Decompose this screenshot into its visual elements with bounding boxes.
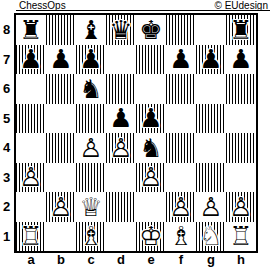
piece-black-pawn: ♟	[16, 45, 46, 75]
square-a2	[16, 192, 46, 222]
file-label-f: f	[166, 253, 196, 267]
square-f4	[166, 133, 196, 163]
square-f3	[166, 163, 196, 193]
square-h7: ♟	[226, 45, 256, 75]
square-c5	[76, 104, 106, 134]
piece-white-pawn-fill: ♟	[196, 192, 226, 222]
square-c8: ♝	[76, 15, 106, 45]
piece-white-king: ♔	[136, 222, 166, 252]
piece-black-king: ♚	[136, 15, 166, 45]
square-f6	[166, 74, 196, 104]
square-h6	[226, 74, 256, 104]
piece-white-pawn: ♙	[166, 192, 196, 222]
square-e1: ♚♔	[136, 222, 166, 252]
piece-white-queen-fill: ♛	[76, 192, 106, 222]
square-g2: ♟♙	[196, 192, 226, 222]
rank-label-7: 7	[0, 45, 13, 75]
piece-white-pawn-fill: ♟	[16, 163, 46, 193]
piece-white-pawn: ♙	[106, 133, 136, 163]
square-b1	[46, 222, 76, 252]
square-f7: ♟	[166, 45, 196, 75]
square-d2	[106, 192, 136, 222]
square-b6	[46, 74, 76, 104]
square-g3	[196, 163, 226, 193]
square-h5	[226, 104, 256, 134]
square-a6	[16, 74, 46, 104]
square-b7: ♟	[46, 45, 76, 75]
square-e7	[136, 45, 166, 75]
piece-black-knight: ♞	[76, 74, 106, 104]
square-a7: ♟	[16, 45, 46, 75]
square-c1: ♝♗	[76, 222, 106, 252]
piece-white-pawn-fill: ♟	[166, 192, 196, 222]
square-f2: ♟♙	[166, 192, 196, 222]
rank-label-3: 3	[0, 163, 13, 193]
square-d8: ♛	[106, 15, 136, 45]
piece-black-pawn: ♟	[46, 45, 76, 75]
piece-black-pawn: ♟	[196, 45, 226, 75]
square-c6: ♞	[76, 74, 106, 104]
square-f5	[166, 104, 196, 134]
square-h4	[226, 133, 256, 163]
square-h2: ♟♙	[226, 192, 256, 222]
file-label-e: e	[136, 253, 166, 267]
rank-label-8: 8	[0, 15, 13, 45]
piece-white-pawn-fill: ♟	[226, 192, 256, 222]
piece-white-pawn: ♙	[46, 192, 76, 222]
square-e8: ♚	[136, 15, 166, 45]
square-d6	[106, 74, 136, 104]
piece-black-bishop: ♝	[76, 15, 106, 45]
piece-black-queen: ♛	[106, 15, 136, 45]
rank-label-6: 6	[0, 74, 13, 104]
square-c2: ♛♕	[76, 192, 106, 222]
piece-white-pawn-fill: ♟	[46, 192, 76, 222]
square-e6	[136, 74, 166, 104]
square-g7: ♟	[196, 45, 226, 75]
piece-white-bishop: ♗	[76, 222, 106, 252]
square-d3	[106, 163, 136, 193]
piece-white-rook-fill: ♜	[226, 222, 256, 252]
chess-diagram-page: ChessOps © EUdesign ♜♝♛♚♜♟♟♟♟♟♟♞♟♟♟♙♟♙♞♟…	[0, 0, 270, 270]
square-c4: ♟♙	[76, 133, 106, 163]
square-g6	[196, 74, 226, 104]
square-e3: ♟♙	[136, 163, 166, 193]
square-e5: ♟	[136, 104, 166, 134]
square-g4	[196, 133, 226, 163]
rank-label-4: 4	[0, 133, 13, 163]
rank-label-1: 1	[0, 222, 13, 252]
square-a1: ♜♖	[16, 222, 46, 252]
square-d1	[106, 222, 136, 252]
file-label-d: d	[106, 253, 136, 267]
piece-white-rook: ♖	[16, 222, 46, 252]
rank-label-2: 2	[0, 192, 13, 222]
piece-black-rook: ♜	[16, 15, 46, 45]
file-label-g: g	[196, 253, 226, 267]
square-c3	[76, 163, 106, 193]
square-e2	[136, 192, 166, 222]
piece-black-pawn: ♟	[166, 45, 196, 75]
piece-black-pawn: ♟	[226, 45, 256, 75]
piece-white-bishop-fill: ♝	[76, 222, 106, 252]
piece-white-pawn: ♙	[136, 163, 166, 193]
file-label-b: b	[46, 253, 76, 267]
square-b5	[46, 104, 76, 134]
piece-white-pawn: ♙	[16, 163, 46, 193]
piece-white-bishop: ♗	[166, 222, 196, 252]
square-b8	[46, 15, 76, 45]
piece-white-pawn: ♙	[196, 192, 226, 222]
piece-white-knight-fill: ♞	[196, 222, 226, 252]
header-rule	[16, 10, 270, 11]
file-label-a: a	[16, 253, 46, 267]
piece-white-pawn-fill: ♟	[76, 133, 106, 163]
file-label-h: h	[226, 253, 256, 267]
square-b4	[46, 133, 76, 163]
square-f1: ♝♗	[166, 222, 196, 252]
chess-board: ♜♝♛♚♜♟♟♟♟♟♟♞♟♟♟♙♟♙♞♟♙♟♙♟♙♛♕♟♙♟♙♟♙♜♖♝♗♚♔♝…	[14, 13, 258, 253]
square-e4: ♞	[136, 133, 166, 163]
piece-white-pawn: ♙	[226, 192, 256, 222]
square-g8	[196, 15, 226, 45]
square-d7	[106, 45, 136, 75]
square-h1: ♜♖	[226, 222, 256, 252]
piece-white-queen: ♕	[76, 192, 106, 222]
piece-black-pawn: ♟	[106, 104, 136, 134]
rank-label-5: 5	[0, 104, 13, 134]
square-a8: ♜	[16, 15, 46, 45]
piece-black-rook: ♜	[226, 15, 256, 45]
square-d4: ♟♙	[106, 133, 136, 163]
piece-white-king-fill: ♚	[136, 222, 166, 252]
square-b2: ♟♙	[46, 192, 76, 222]
piece-white-pawn-fill: ♟	[136, 163, 166, 193]
square-g1: ♞♘	[196, 222, 226, 252]
piece-white-rook-fill: ♜	[16, 222, 46, 252]
square-d5: ♟	[106, 104, 136, 134]
piece-white-pawn: ♙	[76, 133, 106, 163]
square-b3	[46, 163, 76, 193]
square-a4	[16, 133, 46, 163]
square-f8	[166, 15, 196, 45]
square-g5	[196, 104, 226, 134]
file-label-c: c	[76, 253, 106, 267]
piece-white-rook: ♖	[226, 222, 256, 252]
piece-white-knight: ♘	[196, 222, 226, 252]
piece-black-pawn: ♟	[136, 104, 166, 134]
square-h8: ♜	[226, 15, 256, 45]
piece-white-bishop-fill: ♝	[166, 222, 196, 252]
square-h3	[226, 163, 256, 193]
piece-black-pawn: ♟	[76, 45, 106, 75]
square-c7: ♟	[76, 45, 106, 75]
piece-white-pawn-fill: ♟	[106, 133, 136, 163]
square-a3: ♟♙	[16, 163, 46, 193]
square-a5	[16, 104, 46, 134]
piece-black-knight: ♞	[136, 133, 166, 163]
